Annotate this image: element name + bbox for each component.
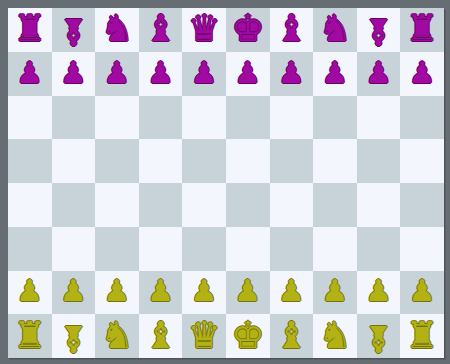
white-pawn[interactable]: ♟ (16, 276, 43, 306)
square-g3[interactable] (270, 227, 314, 271)
square-h4[interactable] (313, 183, 357, 227)
white-pawn[interactable]: ♟ (60, 276, 87, 306)
white-pawn[interactable]: ♟ (191, 276, 218, 306)
white-rook[interactable]: ♜ (406, 317, 439, 354)
square-b2[interactable]: ♟ (52, 271, 96, 315)
board: ♜♝♞♝♛♚♝♞♝♜♟♟♟♟♟♟♟♟♟♟♟♟♟♟♟♟♟♟♟♟♜♝♞♝♛♚♝♞♝♜ (8, 8, 444, 358)
square-f4[interactable] (226, 183, 270, 227)
square-g5[interactable] (270, 139, 314, 183)
square-j5[interactable] (400, 139, 444, 183)
white-bishop[interactable]: ♝ (275, 317, 308, 354)
square-g4[interactable] (270, 183, 314, 227)
square-i4[interactable] (357, 183, 401, 227)
square-h8[interactable]: ♞ (313, 8, 357, 52)
square-b7[interactable]: ♟ (52, 52, 96, 96)
square-j1[interactable]: ♜ (400, 314, 444, 358)
white-pawn[interactable]: ♟ (365, 276, 392, 306)
square-a8[interactable]: ♜ (8, 8, 52, 52)
square-e3[interactable] (182, 227, 226, 271)
square-b5[interactable] (52, 139, 96, 183)
white-janus[interactable]: ♝ (362, 320, 395, 357)
black-bishop[interactable]: ♝ (144, 10, 177, 47)
square-f5[interactable] (226, 139, 270, 183)
black-knight[interactable]: ♞ (100, 10, 133, 47)
square-b4[interactable] (52, 183, 96, 227)
square-c5[interactable] (95, 139, 139, 183)
square-j2[interactable]: ♟ (400, 271, 444, 315)
square-j8[interactable]: ♜ (400, 8, 444, 52)
black-janus[interactable]: ♝ (57, 13, 90, 50)
square-c7[interactable]: ♟ (95, 52, 139, 96)
square-f8[interactable]: ♚ (226, 8, 270, 52)
black-knight[interactable]: ♞ (318, 10, 351, 47)
square-i5[interactable] (357, 139, 401, 183)
square-c6[interactable] (95, 96, 139, 140)
black-pawn[interactable]: ♟ (234, 58, 261, 88)
square-e5[interactable] (182, 139, 226, 183)
square-h2[interactable]: ♟ (313, 271, 357, 315)
square-i8[interactable]: ♝ (357, 8, 401, 52)
square-h3[interactable] (313, 227, 357, 271)
square-e2[interactable]: ♟ (182, 271, 226, 315)
square-b8[interactable]: ♝ (52, 8, 96, 52)
white-king[interactable]: ♚ (231, 317, 264, 354)
square-c3[interactable] (95, 227, 139, 271)
square-a2[interactable]: ♟ (8, 271, 52, 315)
square-f3[interactable] (226, 227, 270, 271)
white-pawn[interactable]: ♟ (147, 276, 174, 306)
square-e8[interactable]: ♛ (182, 8, 226, 52)
square-a6[interactable] (8, 96, 52, 140)
square-j7[interactable]: ♟ (400, 52, 444, 96)
square-e7[interactable]: ♟ (182, 52, 226, 96)
square-d4[interactable] (139, 183, 183, 227)
white-pawn[interactable]: ♟ (322, 276, 349, 306)
board-frame: ♜♝♞♝♛♚♝♞♝♜♟♟♟♟♟♟♟♟♟♟♟♟♟♟♟♟♟♟♟♟♜♝♞♝♛♚♝♞♝♜ (0, 0, 450, 364)
square-i2[interactable]: ♟ (357, 271, 401, 315)
black-queen[interactable]: ♛ (188, 10, 221, 47)
square-e1[interactable]: ♛ (182, 314, 226, 358)
white-knight[interactable]: ♞ (318, 317, 351, 354)
square-c4[interactable] (95, 183, 139, 227)
square-d8[interactable]: ♝ (139, 8, 183, 52)
square-b3[interactable] (52, 227, 96, 271)
square-d1[interactable]: ♝ (139, 314, 183, 358)
square-e6[interactable] (182, 96, 226, 140)
square-f6[interactable] (226, 96, 270, 140)
black-rook[interactable]: ♜ (406, 10, 439, 47)
square-g8[interactable]: ♝ (270, 8, 314, 52)
black-king[interactable]: ♚ (231, 10, 264, 47)
square-f2[interactable]: ♟ (226, 271, 270, 315)
black-rook[interactable]: ♜ (13, 10, 46, 47)
black-janus[interactable]: ♝ (362, 13, 395, 50)
white-pawn[interactable]: ♟ (234, 276, 261, 306)
square-a4[interactable] (8, 183, 52, 227)
black-pawn[interactable]: ♟ (147, 58, 174, 88)
square-g7[interactable]: ♟ (270, 52, 314, 96)
square-f1[interactable]: ♚ (226, 314, 270, 358)
square-g6[interactable] (270, 96, 314, 140)
square-d7[interactable]: ♟ (139, 52, 183, 96)
square-j3[interactable] (400, 227, 444, 271)
square-f7[interactable]: ♟ (226, 52, 270, 96)
square-i1[interactable]: ♝ (357, 314, 401, 358)
square-g2[interactable]: ♟ (270, 271, 314, 315)
square-i7[interactable]: ♟ (357, 52, 401, 96)
white-pawn[interactable]: ♟ (104, 276, 131, 306)
square-i6[interactable] (357, 96, 401, 140)
square-j4[interactable] (400, 183, 444, 227)
square-d2[interactable]: ♟ (139, 271, 183, 315)
square-h1[interactable]: ♞ (313, 314, 357, 358)
white-bishop[interactable]: ♝ (144, 317, 177, 354)
square-j6[interactable] (400, 96, 444, 140)
square-c2[interactable]: ♟ (95, 271, 139, 315)
black-pawn[interactable]: ♟ (191, 58, 218, 88)
square-h5[interactable] (313, 139, 357, 183)
white-pawn[interactable]: ♟ (409, 276, 436, 306)
square-a3[interactable] (8, 227, 52, 271)
square-b1[interactable]: ♝ (52, 314, 96, 358)
square-d5[interactable] (139, 139, 183, 183)
square-c8[interactable]: ♞ (95, 8, 139, 52)
square-e4[interactable] (182, 183, 226, 227)
square-a7[interactable]: ♟ (8, 52, 52, 96)
black-pawn[interactable]: ♟ (278, 58, 305, 88)
square-i3[interactable] (357, 227, 401, 271)
square-c1[interactable]: ♞ (95, 314, 139, 358)
black-pawn[interactable]: ♟ (16, 58, 43, 88)
white-queen[interactable]: ♛ (188, 317, 221, 354)
black-bishop[interactable]: ♝ (275, 10, 308, 47)
black-pawn[interactable]: ♟ (60, 58, 87, 88)
black-pawn[interactable]: ♟ (322, 58, 349, 88)
square-g1[interactable]: ♝ (270, 314, 314, 358)
square-a5[interactable] (8, 139, 52, 183)
white-rook[interactable]: ♜ (13, 317, 46, 354)
square-a1[interactable]: ♜ (8, 314, 52, 358)
white-knight[interactable]: ♞ (100, 317, 133, 354)
white-pawn[interactable]: ♟ (278, 276, 305, 306)
square-h6[interactable] (313, 96, 357, 140)
square-h7[interactable]: ♟ (313, 52, 357, 96)
white-janus[interactable]: ♝ (57, 320, 90, 357)
black-pawn[interactable]: ♟ (409, 58, 436, 88)
square-d6[interactable] (139, 96, 183, 140)
square-d3[interactable] (139, 227, 183, 271)
black-pawn[interactable]: ♟ (365, 58, 392, 88)
square-b6[interactable] (52, 96, 96, 140)
black-pawn[interactable]: ♟ (104, 58, 131, 88)
